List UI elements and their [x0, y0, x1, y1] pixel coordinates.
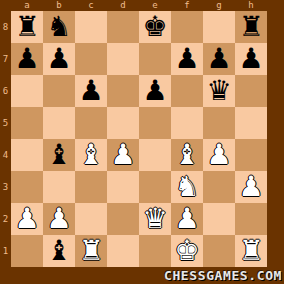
square-e7[interactable] — [139, 43, 171, 75]
white-bishop-icon: ♝ — [78, 139, 103, 171]
black-pawn-icon: ♟ — [46, 43, 71, 75]
square-a3[interactable] — [11, 171, 43, 203]
rank-label-8: 8 — [0, 11, 11, 43]
square-d8[interactable] — [107, 11, 139, 43]
black-pawn-icon: ♟ — [14, 43, 39, 75]
black-king-icon: ♚ — [142, 11, 167, 43]
square-g5[interactable] — [203, 107, 235, 139]
black-pawn-icon: ♟ — [238, 43, 263, 75]
square-b3[interactable] — [43, 171, 75, 203]
rank-label-4: 4 — [0, 139, 11, 171]
square-f1[interactable]: ♚ — [171, 235, 203, 267]
square-f4[interactable]: ♝ — [171, 139, 203, 171]
square-g6[interactable]: ♛ — [203, 75, 235, 107]
square-b6[interactable] — [43, 75, 75, 107]
black-bishop-icon: ♝ — [46, 235, 71, 267]
square-h3[interactable]: ♟ — [235, 171, 267, 203]
white-bishop-icon: ♝ — [174, 139, 199, 171]
square-b1[interactable]: ♝ — [43, 235, 75, 267]
square-a7[interactable]: ♟ — [11, 43, 43, 75]
square-a4[interactable] — [11, 139, 43, 171]
file-label-c: c — [75, 0, 107, 11]
square-d7[interactable] — [107, 43, 139, 75]
square-h2[interactable] — [235, 203, 267, 235]
black-pawn-icon: ♟ — [142, 75, 167, 107]
square-a5[interactable] — [11, 107, 43, 139]
file-label-f: f — [171, 0, 203, 11]
square-c5[interactable] — [75, 107, 107, 139]
file-labels: a b c d e f g h — [11, 0, 267, 11]
file-label-g: g — [203, 0, 235, 11]
square-h6[interactable] — [235, 75, 267, 107]
rank-label-5: 5 — [0, 107, 11, 139]
white-rook-icon: ♜ — [78, 235, 103, 267]
square-f8[interactable] — [171, 11, 203, 43]
file-label-d: d — [107, 0, 139, 11]
square-a1[interactable] — [11, 235, 43, 267]
square-h1[interactable]: ♜ — [235, 235, 267, 267]
square-e6[interactable]: ♟ — [139, 75, 171, 107]
white-king-icon: ♚ — [174, 235, 199, 267]
square-c8[interactable] — [75, 11, 107, 43]
white-pawn-icon: ♟ — [110, 139, 135, 171]
square-g8[interactable] — [203, 11, 235, 43]
rank-labels: 8 7 6 5 4 3 2 1 — [0, 11, 11, 267]
file-label-e: e — [139, 0, 171, 11]
square-d2[interactable] — [107, 203, 139, 235]
black-rook-icon: ♜ — [238, 11, 263, 43]
square-c7[interactable] — [75, 43, 107, 75]
square-h8[interactable]: ♜ — [235, 11, 267, 43]
square-e3[interactable] — [139, 171, 171, 203]
black-pawn-icon: ♟ — [78, 75, 103, 107]
white-pawn-icon: ♟ — [14, 203, 39, 235]
square-f5[interactable] — [171, 107, 203, 139]
square-f7[interactable]: ♟ — [171, 43, 203, 75]
square-e1[interactable] — [139, 235, 171, 267]
square-e5[interactable] — [139, 107, 171, 139]
rank-label-6: 6 — [0, 75, 11, 107]
square-a8[interactable]: ♜ — [11, 11, 43, 43]
chess-board: ♜♞♚♜♟♟♟♟♟♟♟♛♝♝♟♝♟♞♟♟♟♛♟♝♜♚♜ — [11, 11, 267, 267]
black-queen-icon: ♛ — [206, 75, 231, 107]
square-b4[interactable]: ♝ — [43, 139, 75, 171]
black-knight-icon: ♞ — [46, 11, 71, 43]
square-d1[interactable] — [107, 235, 139, 267]
square-g4[interactable]: ♟ — [203, 139, 235, 171]
square-c3[interactable] — [75, 171, 107, 203]
black-rook-icon: ♜ — [14, 11, 39, 43]
square-g1[interactable] — [203, 235, 235, 267]
square-d4[interactable]: ♟ — [107, 139, 139, 171]
square-f3[interactable]: ♞ — [171, 171, 203, 203]
square-a2[interactable]: ♟ — [11, 203, 43, 235]
square-f6[interactable] — [171, 75, 203, 107]
rank-label-3: 3 — [0, 171, 11, 203]
rank-label-7: 7 — [0, 43, 11, 75]
square-e8[interactable]: ♚ — [139, 11, 171, 43]
square-c4[interactable]: ♝ — [75, 139, 107, 171]
square-g7[interactable]: ♟ — [203, 43, 235, 75]
black-pawn-icon: ♟ — [206, 43, 231, 75]
square-b2[interactable]: ♟ — [43, 203, 75, 235]
square-b7[interactable]: ♟ — [43, 43, 75, 75]
black-pawn-icon: ♟ — [174, 43, 199, 75]
square-h4[interactable] — [235, 139, 267, 171]
square-g3[interactable] — [203, 171, 235, 203]
white-pawn-icon: ♟ — [238, 171, 263, 203]
square-d3[interactable] — [107, 171, 139, 203]
square-h7[interactable]: ♟ — [235, 43, 267, 75]
chessgames-watermark: CHESSGAMES.COM — [164, 269, 282, 282]
square-b5[interactable] — [43, 107, 75, 139]
rank-label-1: 1 — [0, 235, 11, 267]
chess-board-frame: a b c d e f g h 8 7 6 5 4 3 2 1 ♜♞♚♜♟♟♟♟… — [0, 0, 284, 284]
square-e4[interactable] — [139, 139, 171, 171]
white-pawn-icon: ♟ — [174, 203, 199, 235]
square-h5[interactable] — [235, 107, 267, 139]
white-rook-icon: ♜ — [238, 235, 263, 267]
square-g2[interactable] — [203, 203, 235, 235]
rank-label-2: 2 — [0, 203, 11, 235]
white-pawn-icon: ♟ — [206, 139, 231, 171]
square-d5[interactable] — [107, 107, 139, 139]
square-c6[interactable]: ♟ — [75, 75, 107, 107]
square-d6[interactable] — [107, 75, 139, 107]
black-bishop-icon: ♝ — [46, 139, 71, 171]
square-c2[interactable] — [75, 203, 107, 235]
white-pawn-icon: ♟ — [46, 203, 71, 235]
square-f2[interactable]: ♟ — [171, 203, 203, 235]
file-label-h: h — [235, 0, 267, 11]
file-label-b: b — [43, 0, 75, 11]
file-label-a: a — [11, 0, 43, 11]
square-a6[interactable] — [11, 75, 43, 107]
white-queen-icon: ♛ — [142, 203, 167, 235]
square-c1[interactable]: ♜ — [75, 235, 107, 267]
white-knight-icon: ♞ — [174, 171, 199, 203]
square-e2[interactable]: ♛ — [139, 203, 171, 235]
square-b8[interactable]: ♞ — [43, 11, 75, 43]
